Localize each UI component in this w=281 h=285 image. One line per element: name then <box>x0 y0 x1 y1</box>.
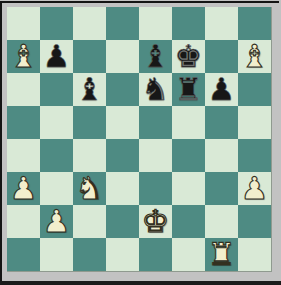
square-h3[interactable]: ♟ <box>238 172 271 205</box>
square-h4[interactable] <box>238 139 271 172</box>
square-d8[interactable] <box>106 7 139 40</box>
square-e2[interactable]: ♚ <box>139 205 172 238</box>
square-b5[interactable] <box>40 106 73 139</box>
window-bottom-edge <box>0 281 281 285</box>
black-bishop[interactable]: ♝ <box>142 40 170 73</box>
square-e1[interactable] <box>139 238 172 271</box>
white-pawn[interactable]: ♟ <box>10 172 38 205</box>
square-g4[interactable] <box>205 139 238 172</box>
square-a3[interactable]: ♟ <box>7 172 40 205</box>
square-h8[interactable] <box>238 7 271 40</box>
white-pawn[interactable]: ♟ <box>241 172 269 205</box>
square-c5[interactable] <box>73 106 106 139</box>
square-f8[interactable] <box>172 7 205 40</box>
square-f3[interactable] <box>172 172 205 205</box>
square-a8[interactable] <box>7 7 40 40</box>
white-rook[interactable]: ♜ <box>208 238 236 271</box>
black-pawn[interactable]: ♟ <box>43 40 71 73</box>
square-b2[interactable]: ♟ <box>40 205 73 238</box>
square-h2[interactable] <box>238 205 271 238</box>
square-b1[interactable] <box>40 238 73 271</box>
black-rook[interactable]: ♜ <box>175 73 203 106</box>
square-b8[interactable] <box>40 7 73 40</box>
square-e5[interactable] <box>139 106 172 139</box>
square-f4[interactable] <box>172 139 205 172</box>
square-a7[interactable]: ♝ <box>7 40 40 73</box>
black-pawn[interactable]: ♟ <box>208 73 236 106</box>
window-left-edge <box>0 1 2 281</box>
square-b7[interactable]: ♟ <box>40 40 73 73</box>
square-a2[interactable] <box>7 205 40 238</box>
square-c2[interactable] <box>73 205 106 238</box>
square-h6[interactable] <box>238 73 271 106</box>
square-f2[interactable] <box>172 205 205 238</box>
square-a6[interactable] <box>7 73 40 106</box>
square-b3[interactable] <box>40 172 73 205</box>
square-c4[interactable] <box>73 139 106 172</box>
white-king[interactable]: ♚ <box>142 205 170 238</box>
square-h5[interactable] <box>238 106 271 139</box>
square-d2[interactable] <box>106 205 139 238</box>
white-bishop[interactable]: ♝ <box>10 40 38 73</box>
square-d4[interactable] <box>106 139 139 172</box>
square-g5[interactable] <box>205 106 238 139</box>
square-d5[interactable] <box>106 106 139 139</box>
square-c7[interactable] <box>73 40 106 73</box>
white-bishop[interactable]: ♝ <box>241 40 269 73</box>
square-e4[interactable] <box>139 139 172 172</box>
square-a4[interactable] <box>7 139 40 172</box>
square-f5[interactable] <box>172 106 205 139</box>
square-g6[interactable]: ♟ <box>205 73 238 106</box>
square-e7[interactable]: ♝ <box>139 40 172 73</box>
chess-app-window: ♝♟♝♚♝♝♞♜♟♟♞♟♟♚♜ <box>0 0 281 285</box>
square-d1[interactable] <box>106 238 139 271</box>
square-f1[interactable] <box>172 238 205 271</box>
square-h1[interactable] <box>238 238 271 271</box>
black-bishop[interactable]: ♝ <box>76 73 104 106</box>
square-d6[interactable] <box>106 73 139 106</box>
square-c1[interactable] <box>73 238 106 271</box>
black-knight[interactable]: ♞ <box>142 73 170 106</box>
square-b6[interactable] <box>40 73 73 106</box>
square-d7[interactable] <box>106 40 139 73</box>
square-f7[interactable]: ♚ <box>172 40 205 73</box>
square-b4[interactable] <box>40 139 73 172</box>
square-e6[interactable]: ♞ <box>139 73 172 106</box>
square-d3[interactable] <box>106 172 139 205</box>
square-c8[interactable] <box>73 7 106 40</box>
square-a1[interactable] <box>7 238 40 271</box>
square-g7[interactable] <box>205 40 238 73</box>
square-g3[interactable] <box>205 172 238 205</box>
square-c3[interactable]: ♞ <box>73 172 106 205</box>
square-g8[interactable] <box>205 7 238 40</box>
square-f6[interactable]: ♜ <box>172 73 205 106</box>
window-top-edge <box>0 1 279 3</box>
white-knight[interactable]: ♞ <box>76 172 104 205</box>
square-c6[interactable]: ♝ <box>73 73 106 106</box>
square-g1[interactable]: ♜ <box>205 238 238 271</box>
square-h7[interactable]: ♝ <box>238 40 271 73</box>
square-e8[interactable] <box>139 7 172 40</box>
square-g2[interactable] <box>205 205 238 238</box>
square-e3[interactable] <box>139 172 172 205</box>
black-king[interactable]: ♚ <box>175 40 203 73</box>
chess-board: ♝♟♝♚♝♝♞♜♟♟♞♟♟♚♜ <box>7 7 272 272</box>
square-a5[interactable] <box>7 106 40 139</box>
white-pawn[interactable]: ♟ <box>43 205 71 238</box>
